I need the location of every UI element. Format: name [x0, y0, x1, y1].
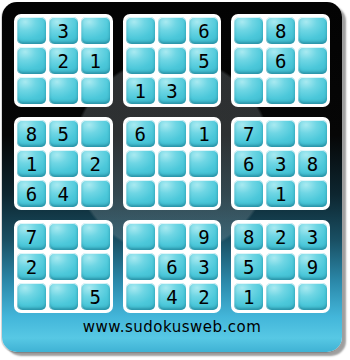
cell-r8c1: 2 [17, 253, 46, 280]
cell-r2c5[interactable] [158, 47, 187, 74]
cell-r6c7[interactable] [234, 180, 263, 207]
cell-r8c4[interactable] [126, 253, 155, 280]
cell-r5c2[interactable] [49, 150, 78, 177]
cell-r7c9: 3 [298, 223, 327, 250]
cell-r8c5: 6 [158, 253, 187, 280]
cell-r3c6[interactable] [189, 77, 218, 104]
cell-r3c3[interactable] [81, 77, 110, 104]
cell-r2c1[interactable] [17, 47, 46, 74]
cell-r7c8: 2 [266, 223, 295, 250]
cell-r9c1[interactable] [17, 283, 46, 310]
sudoku-grid: 321651386851264617638172596342823591 [2, 2, 342, 313]
cell-r4c9[interactable] [298, 120, 327, 147]
box-3-3: 823591 [231, 220, 330, 313]
box-2-1: 851264 [14, 117, 113, 210]
cell-r6c1: 6 [17, 180, 46, 207]
box-3-1: 725 [14, 220, 113, 313]
cell-r9c3: 5 [81, 283, 110, 310]
cell-r1c5[interactable] [158, 17, 187, 44]
site-url[interactable]: www.sudokusweb.com [83, 318, 262, 336]
cell-r7c7: 8 [234, 223, 263, 250]
cell-r6c6[interactable] [189, 180, 218, 207]
cell-r3c4: 1 [126, 77, 155, 104]
cell-r9c2[interactable] [49, 283, 78, 310]
cell-r3c2[interactable] [49, 77, 78, 104]
cell-r3c9[interactable] [298, 77, 327, 104]
cell-r8c8[interactable] [266, 253, 295, 280]
cell-r7c4[interactable] [126, 223, 155, 250]
cell-r5c3: 2 [81, 150, 110, 177]
cell-r4c7: 7 [234, 120, 263, 147]
cell-r5c8: 3 [266, 150, 295, 177]
cell-r4c2: 5 [49, 120, 78, 147]
cell-r2c7[interactable] [234, 47, 263, 74]
cell-r7c1: 7 [17, 223, 46, 250]
cell-r9c5: 4 [158, 283, 187, 310]
cell-r5c1: 1 [17, 150, 46, 177]
cell-r4c6: 1 [189, 120, 218, 147]
cell-r8c6: 3 [189, 253, 218, 280]
box-2-2: 61 [123, 117, 222, 210]
cell-r1c4[interactable] [126, 17, 155, 44]
cell-r7c3[interactable] [81, 223, 110, 250]
sudoku-board: 321651386851264617638172596342823591 www… [2, 2, 342, 352]
cell-r6c3[interactable] [81, 180, 110, 207]
cell-r4c4: 6 [126, 120, 155, 147]
cell-r4c5[interactable] [158, 120, 187, 147]
cell-r2c2: 2 [49, 47, 78, 74]
box-3-2: 96342 [123, 220, 222, 313]
cell-r6c9[interactable] [298, 180, 327, 207]
cell-r9c6: 2 [189, 283, 218, 310]
box-1-1: 321 [14, 14, 113, 107]
cell-r8c3[interactable] [81, 253, 110, 280]
footer-bar: www.sudokusweb.com [2, 313, 342, 340]
cell-r3c1[interactable] [17, 77, 46, 104]
cell-r5c9: 8 [298, 150, 327, 177]
cell-r1c1[interactable] [17, 17, 46, 44]
cell-r9c7: 1 [234, 283, 263, 310]
box-1-3: 86 [231, 14, 330, 107]
cell-r1c2: 3 [49, 17, 78, 44]
cell-r6c2: 4 [49, 180, 78, 207]
cell-r1c3[interactable] [81, 17, 110, 44]
cell-r4c3[interactable] [81, 120, 110, 147]
cell-r2c9[interactable] [298, 47, 327, 74]
cell-r9c8[interactable] [266, 283, 295, 310]
cell-r5c4[interactable] [126, 150, 155, 177]
cell-r3c8[interactable] [266, 77, 295, 104]
cell-r2c4[interactable] [126, 47, 155, 74]
cell-r2c3: 1 [81, 47, 110, 74]
cell-r6c8: 1 [266, 180, 295, 207]
cell-r5c5[interactable] [158, 150, 187, 177]
cell-r2c8: 6 [266, 47, 295, 74]
box-2-3: 76381 [231, 117, 330, 210]
cell-r3c7[interactable] [234, 77, 263, 104]
cell-r8c7: 5 [234, 253, 263, 280]
cell-r3c5: 3 [158, 77, 187, 104]
cell-r7c2[interactable] [49, 223, 78, 250]
cell-r4c8[interactable] [266, 120, 295, 147]
cell-r1c8: 8 [266, 17, 295, 44]
cell-r1c6: 6 [189, 17, 218, 44]
cell-r5c7: 6 [234, 150, 263, 177]
cell-r4c1: 8 [17, 120, 46, 147]
cell-r2c6: 5 [189, 47, 218, 74]
cell-r1c9[interactable] [298, 17, 327, 44]
cell-r8c9: 9 [298, 253, 327, 280]
cell-r9c9[interactable] [298, 283, 327, 310]
cell-r1c7[interactable] [234, 17, 263, 44]
cell-r5c6[interactable] [189, 150, 218, 177]
cell-r6c5[interactable] [158, 180, 187, 207]
cell-r6c4[interactable] [126, 180, 155, 207]
cell-r7c6: 9 [189, 223, 218, 250]
cell-r7c5[interactable] [158, 223, 187, 250]
cell-r9c4[interactable] [126, 283, 155, 310]
box-1-2: 6513 [123, 14, 222, 107]
cell-r8c2[interactable] [49, 253, 78, 280]
